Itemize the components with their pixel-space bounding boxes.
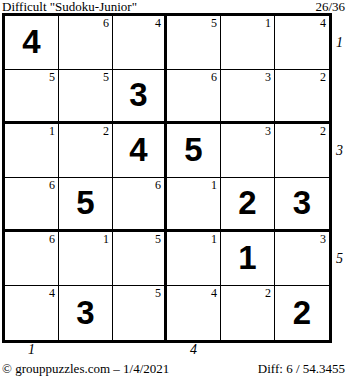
given-digit: 3	[129, 78, 147, 111]
row-label-3: 3	[336, 144, 346, 158]
corner-clue: 3	[265, 125, 271, 137]
given-digit: 5	[76, 186, 94, 219]
cell-r6c5[interactable]: 2	[221, 286, 275, 340]
cell-r1c5[interactable]: 1	[221, 16, 275, 70]
cell-r1c6[interactable]: 4	[275, 16, 329, 70]
corner-clue: 5	[155, 233, 161, 245]
copyright-text: © grouppuzzles.com – 1/4/2021	[2, 361, 169, 377]
cell-r3c3[interactable]: 4	[113, 124, 167, 178]
corner-clue: 6	[103, 17, 109, 29]
corner-clue: 1	[211, 233, 217, 245]
corner-clue: 5	[155, 287, 161, 299]
given-digit: 3	[293, 186, 311, 219]
difficulty-text: Diff: 6 / 54.3455	[258, 361, 345, 377]
corner-clue: 6	[211, 71, 217, 83]
cell-r2c3[interactable]: 3	[113, 70, 167, 124]
corner-clue: 2	[320, 71, 326, 83]
cell-r2c2[interactable]: 5	[59, 70, 113, 124]
corner-clue: 6	[155, 179, 161, 191]
cell-r2c5[interactable]: 3	[221, 70, 275, 124]
corner-clue: 4	[49, 287, 55, 299]
cell-r4c6[interactable]: 3	[275, 178, 329, 232]
cell-r3c4[interactable]: 5	[167, 124, 221, 178]
corner-clue: 5	[103, 71, 109, 83]
corner-clue: 1	[49, 125, 55, 137]
given-digit: 4	[129, 133, 147, 166]
cell-r6c3[interactable]: 5	[113, 286, 167, 340]
given-digit: 2	[238, 186, 256, 219]
cell-r2c1[interactable]: 5	[5, 70, 59, 124]
corner-clue: 2	[103, 125, 109, 137]
cell-r5c2[interactable]: 1	[59, 232, 113, 286]
corner-clue: 1	[265, 17, 271, 29]
corner-clue: 6	[49, 179, 55, 191]
cell-r2c6[interactable]: 2	[275, 70, 329, 124]
cell-r4c4[interactable]: 1	[167, 178, 221, 232]
col-label-1: 1	[28, 343, 35, 357]
given-digit: 2	[293, 296, 311, 329]
cell-r6c1[interactable]: 4	[5, 286, 59, 340]
cell-r4c3[interactable]: 6	[113, 178, 167, 232]
corner-clue: 6	[49, 233, 55, 245]
puzzle-page: Difficult "Sudoku-Junior" 26/36 46451455…	[0, 0, 347, 381]
corner-clue: 1	[211, 179, 217, 191]
cell-r3c6[interactable]: 2	[275, 124, 329, 178]
corner-clue: 3	[320, 233, 326, 245]
given-digit: 5	[184, 133, 202, 166]
cell-r3c2[interactable]: 2	[59, 124, 113, 178]
cell-r5c6[interactable]: 3	[275, 232, 329, 286]
corner-clue: 4	[155, 17, 161, 29]
cell-r5c1[interactable]: 6	[5, 232, 59, 286]
cell-r4c5[interactable]: 2	[221, 178, 275, 232]
corner-clue: 2	[265, 287, 271, 299]
cell-r1c2[interactable]: 6	[59, 16, 113, 70]
cell-r4c1[interactable]: 6	[5, 178, 59, 232]
row-label-5: 5	[336, 252, 346, 266]
cell-r6c4[interactable]: 4	[167, 286, 221, 340]
sudoku-board: 464514553632124532656123615113435422	[2, 13, 332, 343]
cell-r3c1[interactable]: 1	[5, 124, 59, 178]
row-label-1: 1	[336, 36, 346, 50]
given-digit: 3	[76, 296, 94, 329]
given-digit: 4	[22, 25, 40, 58]
cell-r6c6[interactable]: 2	[275, 286, 329, 340]
corner-clue: 4	[211, 287, 217, 299]
cell-r3c5[interactable]: 3	[221, 124, 275, 178]
cell-r4c2[interactable]: 5	[59, 178, 113, 232]
corner-clue: 1	[103, 233, 109, 245]
given-digit: 1	[238, 241, 256, 274]
cell-r5c3[interactable]: 5	[113, 232, 167, 286]
corner-clue: 5	[49, 71, 55, 83]
cell-r5c4[interactable]: 1	[167, 232, 221, 286]
corner-clue: 2	[320, 125, 326, 137]
corner-clue: 3	[265, 71, 271, 83]
corner-clue: 5	[211, 17, 217, 29]
cell-r1c1[interactable]: 4	[5, 16, 59, 70]
cell-r5c5[interactable]: 1	[221, 232, 275, 286]
cell-r1c3[interactable]: 4	[113, 16, 167, 70]
corner-clue: 4	[320, 17, 326, 29]
cell-r6c2[interactable]: 3	[59, 286, 113, 340]
cell-r2c4[interactable]: 6	[167, 70, 221, 124]
col-label-4: 4	[190, 343, 197, 357]
cell-r1c4[interactable]: 5	[167, 16, 221, 70]
